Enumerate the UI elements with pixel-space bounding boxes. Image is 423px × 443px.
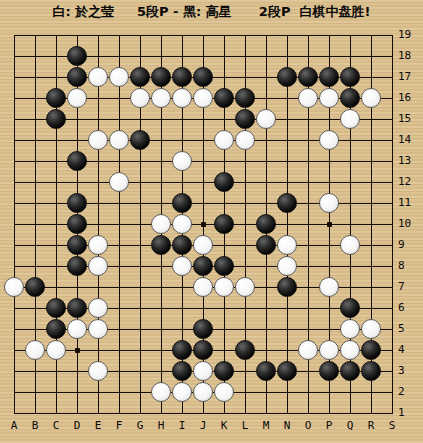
row-label: 16 xyxy=(398,91,416,104)
column-label: P xyxy=(319,419,339,432)
black-stone xyxy=(172,340,192,360)
white-stone xyxy=(193,361,213,381)
column-label: R xyxy=(361,419,381,432)
black-stone xyxy=(67,67,87,87)
row-label: 8 xyxy=(398,259,416,272)
black-stone xyxy=(298,67,318,87)
row-label: 6 xyxy=(398,301,416,314)
column-label: A xyxy=(4,419,24,432)
white-stone xyxy=(361,88,381,108)
black-stone xyxy=(67,193,87,213)
black-stone xyxy=(193,256,213,276)
black-stone xyxy=(67,235,87,255)
white-stone xyxy=(193,382,213,402)
white-stone xyxy=(193,277,213,297)
black-stone xyxy=(235,88,255,108)
black-stone xyxy=(130,67,150,87)
white-stone xyxy=(340,319,360,339)
grid-line-vertical xyxy=(392,35,393,414)
white-stone xyxy=(88,256,108,276)
white-stone xyxy=(214,130,234,150)
white-stone xyxy=(277,256,297,276)
black-stone xyxy=(340,88,360,108)
black-stone xyxy=(172,361,192,381)
black-stone xyxy=(130,130,150,150)
row-label: 2 xyxy=(398,385,416,398)
grid-line-horizontal xyxy=(14,413,393,414)
black-stone xyxy=(361,340,381,360)
white-stone xyxy=(25,340,45,360)
black-stone xyxy=(67,46,87,66)
white-stone xyxy=(298,340,318,360)
white-stone xyxy=(235,277,255,297)
white-stone xyxy=(130,88,150,108)
white-stone xyxy=(151,88,171,108)
white-stone xyxy=(88,319,108,339)
black-stone xyxy=(256,361,276,381)
black-stone xyxy=(193,67,213,87)
row-label: 14 xyxy=(398,133,416,146)
black-stone xyxy=(277,193,297,213)
row-label: 4 xyxy=(398,343,416,356)
white-stone xyxy=(4,277,24,297)
black-stone xyxy=(277,361,297,381)
black-stone xyxy=(214,256,234,276)
grid-line-vertical xyxy=(287,35,288,414)
row-label: 5 xyxy=(398,322,416,335)
black-stone xyxy=(214,88,234,108)
white-stone xyxy=(109,67,129,87)
black-stone xyxy=(67,256,87,276)
black-stone xyxy=(172,235,192,255)
black-stone xyxy=(277,277,297,297)
white-stone xyxy=(277,235,297,255)
black-stone xyxy=(214,214,234,234)
black-stone xyxy=(46,88,66,108)
go-board[interactable]: ABCDEFGHIJKLMNOPQRS191817161514131211109… xyxy=(0,0,423,443)
white-stone xyxy=(172,382,192,402)
column-label: L xyxy=(235,419,255,432)
black-stone xyxy=(235,109,255,129)
black-stone xyxy=(319,361,339,381)
white-stone xyxy=(109,172,129,192)
black-stone xyxy=(67,214,87,234)
star-point xyxy=(201,222,206,227)
white-stone xyxy=(319,277,339,297)
black-stone xyxy=(319,67,339,87)
black-stone xyxy=(235,340,255,360)
column-label: B xyxy=(25,419,45,432)
column-label: I xyxy=(172,419,192,432)
white-stone xyxy=(235,130,255,150)
row-label: 7 xyxy=(398,280,416,293)
black-stone xyxy=(340,298,360,318)
white-stone xyxy=(319,88,339,108)
row-label: 18 xyxy=(398,49,416,62)
column-label: O xyxy=(298,419,318,432)
white-stone xyxy=(172,214,192,234)
black-stone xyxy=(25,277,45,297)
row-label: 15 xyxy=(398,112,416,125)
white-stone xyxy=(319,130,339,150)
black-stone xyxy=(277,67,297,87)
white-stone xyxy=(46,340,66,360)
white-stone xyxy=(172,151,192,171)
white-stone xyxy=(88,298,108,318)
row-label: 1 xyxy=(398,406,416,419)
column-label: K xyxy=(214,419,234,432)
black-stone xyxy=(256,235,276,255)
white-stone xyxy=(340,109,360,129)
black-stone xyxy=(193,319,213,339)
black-stone xyxy=(340,67,360,87)
column-label: F xyxy=(109,419,129,432)
white-stone xyxy=(88,130,108,150)
column-label: S xyxy=(382,419,402,432)
row-label: 13 xyxy=(398,154,416,167)
star-point xyxy=(75,348,80,353)
white-stone xyxy=(67,88,87,108)
white-stone xyxy=(193,88,213,108)
row-label: 19 xyxy=(398,28,416,41)
black-stone xyxy=(340,361,360,381)
column-label: J xyxy=(193,419,213,432)
black-stone xyxy=(151,67,171,87)
white-stone xyxy=(340,340,360,360)
black-stone xyxy=(46,298,66,318)
black-stone xyxy=(67,151,87,171)
black-stone xyxy=(46,319,66,339)
white-stone xyxy=(172,256,192,276)
row-label: 11 xyxy=(398,196,416,209)
white-stone xyxy=(214,382,234,402)
black-stone xyxy=(256,214,276,234)
black-stone xyxy=(151,235,171,255)
white-stone xyxy=(88,235,108,255)
row-label: 17 xyxy=(398,70,416,83)
column-label: E xyxy=(88,419,108,432)
column-label: H xyxy=(151,419,171,432)
column-label: C xyxy=(46,419,66,432)
row-label: 12 xyxy=(398,175,416,188)
row-label: 10 xyxy=(398,217,416,230)
white-stone xyxy=(214,277,234,297)
star-point xyxy=(327,222,332,227)
white-stone xyxy=(172,88,192,108)
column-label: D xyxy=(67,419,87,432)
white-stone xyxy=(361,319,381,339)
white-stone xyxy=(319,340,339,360)
black-stone xyxy=(214,172,234,192)
white-stone xyxy=(151,214,171,234)
white-stone xyxy=(298,88,318,108)
black-stone xyxy=(46,109,66,129)
white-stone xyxy=(88,67,108,87)
black-stone xyxy=(67,298,87,318)
white-stone xyxy=(67,319,87,339)
column-label: M xyxy=(256,419,276,432)
black-stone xyxy=(172,193,192,213)
black-stone xyxy=(214,361,234,381)
go-game-screen: 白: 於之莹 5段P - 黑: 高星 2段P 白棋中盘胜! ABCDEFGHIJ… xyxy=(0,0,423,443)
row-label: 3 xyxy=(398,364,416,377)
row-label: 9 xyxy=(398,238,416,251)
black-stone xyxy=(361,361,381,381)
column-label: G xyxy=(130,419,150,432)
white-stone xyxy=(88,361,108,381)
column-label: Q xyxy=(340,419,360,432)
column-label: N xyxy=(277,419,297,432)
white-stone xyxy=(109,130,129,150)
white-stone xyxy=(193,235,213,255)
black-stone xyxy=(193,340,213,360)
white-stone xyxy=(256,109,276,129)
white-stone xyxy=(319,193,339,213)
white-stone xyxy=(151,382,171,402)
black-stone xyxy=(172,67,192,87)
white-stone xyxy=(340,235,360,255)
